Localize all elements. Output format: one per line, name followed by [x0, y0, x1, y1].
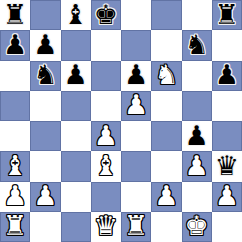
piece-white-rook-icon[interactable]: ♜ — [124, 212, 148, 239]
square-f4[interactable] — [151, 121, 181, 151]
square-b2[interactable]: ♟ — [30, 182, 60, 212]
square-a4[interactable] — [0, 121, 30, 151]
square-g6[interactable] — [182, 61, 212, 91]
square-c8[interactable]: ♝ — [61, 0, 91, 30]
square-b6[interactable]: ♞ — [30, 61, 60, 91]
square-c1[interactable] — [61, 212, 91, 242]
square-b1[interactable] — [30, 212, 60, 242]
piece-black-queen-icon[interactable]: ♛ — [215, 152, 239, 179]
square-h5[interactable] — [212, 91, 242, 121]
square-a6[interactable] — [0, 61, 30, 91]
square-e3[interactable] — [121, 151, 151, 181]
piece-white-bishop-icon[interactable]: ♝ — [94, 152, 118, 179]
piece-white-rook-icon[interactable]: ♜ — [3, 212, 27, 239]
piece-black-knight-icon[interactable]: ♞ — [33, 61, 57, 88]
square-g1[interactable]: ♚ — [182, 212, 212, 242]
square-d3[interactable]: ♝ — [91, 151, 121, 181]
square-c3[interactable] — [61, 151, 91, 181]
square-g8[interactable] — [182, 0, 212, 30]
square-f7[interactable] — [151, 30, 181, 60]
piece-white-queen-icon[interactable]: ♛ — [94, 212, 118, 239]
square-f2[interactable]: ♟ — [151, 182, 181, 212]
piece-black-rook-icon[interactable]: ♜ — [215, 1, 239, 28]
square-c2[interactable] — [61, 182, 91, 212]
piece-black-pawn-icon[interactable]: ♟ — [215, 61, 239, 88]
piece-white-pawn-icon[interactable]: ♟ — [154, 182, 178, 209]
square-e1[interactable]: ♜ — [121, 212, 151, 242]
square-b5[interactable] — [30, 91, 60, 121]
piece-black-king-icon[interactable]: ♚ — [94, 1, 118, 28]
square-g2[interactable] — [182, 182, 212, 212]
piece-white-pawn-icon[interactable]: ♟ — [124, 91, 148, 118]
piece-white-pawn-icon[interactable]: ♟ — [94, 122, 118, 149]
square-e6[interactable]: ♟ — [121, 61, 151, 91]
piece-white-pawn-icon[interactable]: ♟ — [33, 182, 57, 209]
square-f5[interactable] — [151, 91, 181, 121]
square-h2[interactable]: ♟ — [212, 182, 242, 212]
square-c6[interactable]: ♟ — [61, 61, 91, 91]
piece-black-pawn-icon[interactable]: ♟ — [124, 61, 148, 88]
square-a7[interactable]: ♟ — [0, 30, 30, 60]
square-a2[interactable]: ♟ — [0, 182, 30, 212]
square-h7[interactable] — [212, 30, 242, 60]
piece-black-rook-icon[interactable]: ♜ — [3, 1, 27, 28]
square-h6[interactable]: ♟ — [212, 61, 242, 91]
square-g5[interactable] — [182, 91, 212, 121]
piece-black-pawn-icon[interactable]: ♟ — [33, 31, 57, 58]
square-h8[interactable]: ♜ — [212, 0, 242, 30]
chess-board: ♜♝♚♜♟♟♞♞♟♟♞♟♟♟♟♝♝♟♛♟♟♟♟♜♛♜♚ — [0, 0, 242, 242]
square-h3[interactable]: ♛ — [212, 151, 242, 181]
square-a5[interactable] — [0, 91, 30, 121]
piece-black-pawn-icon[interactable]: ♟ — [3, 31, 27, 58]
square-d5[interactable] — [91, 91, 121, 121]
piece-black-pawn-icon[interactable]: ♟ — [64, 61, 88, 88]
square-f3[interactable] — [151, 151, 181, 181]
piece-white-bishop-icon[interactable]: ♝ — [3, 152, 27, 179]
square-b8[interactable] — [30, 0, 60, 30]
square-b7[interactable]: ♟ — [30, 30, 60, 60]
square-b3[interactable] — [30, 151, 60, 181]
square-c7[interactable] — [61, 30, 91, 60]
square-e8[interactable] — [121, 0, 151, 30]
square-d8[interactable]: ♚ — [91, 0, 121, 30]
square-e7[interactable] — [121, 30, 151, 60]
square-h1[interactable] — [212, 212, 242, 242]
square-a1[interactable]: ♜ — [0, 212, 30, 242]
square-a3[interactable]: ♝ — [0, 151, 30, 181]
square-g7[interactable]: ♞ — [182, 30, 212, 60]
square-f1[interactable] — [151, 212, 181, 242]
piece-white-knight-icon[interactable]: ♞ — [154, 61, 178, 88]
square-e2[interactable] — [121, 182, 151, 212]
square-a8[interactable]: ♜ — [0, 0, 30, 30]
piece-white-pawn-icon[interactable]: ♟ — [3, 182, 27, 209]
square-h4[interactable] — [212, 121, 242, 151]
square-d7[interactable] — [91, 30, 121, 60]
square-d1[interactable]: ♛ — [91, 212, 121, 242]
piece-black-pawn-icon[interactable]: ♟ — [185, 122, 209, 149]
square-d4[interactable]: ♟ — [91, 121, 121, 151]
square-c4[interactable] — [61, 121, 91, 151]
square-f6[interactable]: ♞ — [151, 61, 181, 91]
square-c5[interactable] — [61, 91, 91, 121]
piece-white-pawn-icon[interactable]: ♟ — [185, 152, 209, 179]
piece-white-pawn-icon[interactable]: ♟ — [215, 182, 239, 209]
piece-white-king-icon[interactable]: ♚ — [185, 212, 209, 239]
square-d6[interactable] — [91, 61, 121, 91]
square-f8[interactable] — [151, 0, 181, 30]
square-e5[interactable]: ♟ — [121, 91, 151, 121]
piece-black-knight-icon[interactable]: ♞ — [185, 31, 209, 58]
square-g3[interactable]: ♟ — [182, 151, 212, 181]
piece-black-bishop-icon[interactable]: ♝ — [64, 1, 88, 28]
square-b4[interactable] — [30, 121, 60, 151]
square-g4[interactable]: ♟ — [182, 121, 212, 151]
square-e4[interactable] — [121, 121, 151, 151]
square-d2[interactable] — [91, 182, 121, 212]
